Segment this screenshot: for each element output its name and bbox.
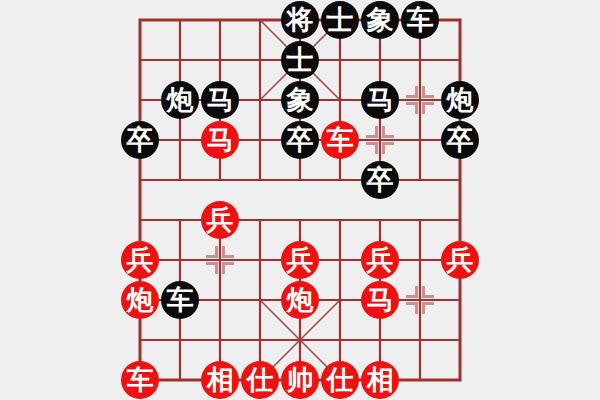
board-point[interactable] [240, 240, 280, 280]
piece-black-horse[interactable]: 马 [201, 81, 239, 119]
board-point[interactable] [120, 40, 160, 80]
board-point[interactable]: 相 [360, 360, 400, 400]
board-point[interactable] [200, 40, 240, 80]
point-marker [206, 246, 234, 274]
board-point[interactable] [240, 40, 280, 80]
piece-red-advisor[interactable]: 仕 [241, 361, 279, 399]
board-point[interactable] [120, 320, 160, 360]
board-point[interactable] [160, 320, 200, 360]
piece-black-soldier[interactable]: 卒 [441, 121, 479, 159]
board-point[interactable] [320, 80, 360, 120]
piece-black-elephant[interactable]: 象 [281, 81, 319, 119]
board-point[interactable] [400, 120, 440, 160]
board-point[interactable] [320, 240, 360, 280]
board-point[interactable] [360, 200, 400, 240]
piece-black-advisor[interactable]: 士 [321, 1, 359, 39]
board-point[interactable] [440, 0, 480, 40]
board-point[interactable] [360, 320, 400, 360]
board-point[interactable] [440, 280, 480, 320]
board-point[interactable] [400, 200, 440, 240]
board-point[interactable]: 车 [160, 280, 200, 320]
board-point[interactable] [240, 80, 280, 120]
piece-black-general[interactable]: 将 [281, 1, 319, 39]
board-point[interactable]: 炮 [160, 80, 200, 120]
board-point[interactable] [120, 0, 160, 40]
board-point[interactable] [320, 280, 360, 320]
board-point[interactable]: 相 [200, 360, 240, 400]
board-point[interactable]: 车 [400, 0, 440, 40]
board-point[interactable] [200, 240, 240, 280]
board-point[interactable]: 炮 [280, 280, 320, 320]
piece-red-cannon[interactable]: 炮 [281, 281, 319, 319]
board-point[interactable]: 仕 [320, 360, 360, 400]
board-point[interactable] [160, 240, 200, 280]
board-point[interactable] [320, 200, 360, 240]
piece-red-chariot[interactable]: 车 [321, 121, 359, 159]
board-point[interactable]: 士 [280, 40, 320, 80]
piece-red-elephant[interactable]: 相 [201, 361, 239, 399]
board-point[interactable] [160, 120, 200, 160]
point-marker [406, 86, 434, 114]
piece-red-chariot[interactable]: 车 [121, 361, 159, 399]
board-point[interactable] [240, 160, 280, 200]
point-marker [366, 126, 394, 154]
board-point[interactable] [400, 160, 440, 200]
board-point[interactable]: 兵 [360, 240, 400, 280]
board-point[interactable] [320, 320, 360, 360]
board-point[interactable]: 兵 [440, 240, 480, 280]
board-point[interactable] [320, 160, 360, 200]
piece-black-chariot[interactable]: 车 [161, 281, 199, 319]
piece-red-soldier[interactable]: 兵 [121, 241, 159, 279]
piece-black-soldier[interactable]: 卒 [121, 121, 159, 159]
board-point[interactable]: 兵 [200, 200, 240, 240]
board-point[interactable] [160, 160, 200, 200]
piece-black-elephant[interactable]: 象 [361, 1, 399, 39]
board-point[interactable]: 卒 [440, 120, 480, 160]
piece-red-cannon[interactable]: 炮 [121, 281, 159, 319]
board-point[interactable]: 象 [360, 0, 400, 40]
board-point[interactable] [160, 360, 200, 400]
board-point[interactable] [160, 40, 200, 80]
board-point[interactable] [440, 160, 480, 200]
board-point[interactable]: 车 [120, 360, 160, 400]
board-point[interactable] [440, 200, 480, 240]
board-point[interactable] [120, 160, 160, 200]
board-point[interactable]: 卒 [280, 120, 320, 160]
board-point[interactable] [200, 280, 240, 320]
board-point[interactable]: 仕 [240, 360, 280, 400]
board-point[interactable] [400, 40, 440, 80]
piece-red-soldier[interactable]: 兵 [361, 241, 399, 279]
board-point[interactable] [400, 240, 440, 280]
board-point[interactable]: 卒 [120, 120, 160, 160]
board-point[interactable]: 马 [200, 80, 240, 120]
board-point[interactable]: 帅 [280, 360, 320, 400]
board-point[interactable] [440, 320, 480, 360]
board-point[interactable] [280, 160, 320, 200]
board-point[interactable]: 士 [320, 0, 360, 40]
board-point[interactable]: 兵 [280, 240, 320, 280]
board-point[interactable]: 炮 [440, 80, 480, 120]
point-marker [406, 286, 434, 314]
board-point[interactable] [200, 160, 240, 200]
board-point[interactable] [400, 80, 440, 120]
piece-black-chariot[interactable]: 车 [401, 1, 439, 39]
piece-red-elephant[interactable]: 相 [361, 361, 399, 399]
board-point[interactable] [240, 0, 280, 40]
board-point[interactable] [440, 360, 480, 400]
board-point[interactable] [120, 200, 160, 240]
xiangqi-board: 将士象车士炮马象马炮卒马卒车卒卒兵兵兵兵兵炮车炮马车相仕帅仕相 [120, 0, 480, 400]
board-point[interactable]: 炮 [120, 280, 160, 320]
piece-black-horse[interactable]: 马 [361, 81, 399, 119]
board-point[interactable] [200, 320, 240, 360]
board-point[interactable] [240, 200, 280, 240]
board-point[interactable] [160, 200, 200, 240]
piece-red-soldier[interactable]: 兵 [201, 201, 239, 239]
board-point[interactable] [280, 320, 320, 360]
board-point[interactable] [400, 320, 440, 360]
piece-black-advisor[interactable]: 士 [281, 41, 319, 79]
piece-black-soldier[interactable]: 卒 [361, 161, 399, 199]
board-point[interactable] [400, 280, 440, 320]
board-point[interactable]: 马 [360, 80, 400, 120]
piece-red-advisor[interactable]: 仕 [321, 361, 359, 399]
xiangqi-board-screenshot: 将士象车士炮马象马炮卒马卒车卒卒兵兵兵兵兵炮车炮马车相仕帅仕相 [0, 0, 600, 400]
piece-red-general[interactable]: 帅 [281, 361, 319, 399]
board-point[interactable] [120, 80, 160, 120]
piece-black-cannon[interactable]: 炮 [161, 81, 199, 119]
board-point[interactable] [200, 0, 240, 40]
board-point[interactable] [240, 320, 280, 360]
board-point[interactable]: 马 [200, 120, 240, 160]
board-point[interactable]: 象 [280, 80, 320, 120]
board-point[interactable] [440, 40, 480, 80]
piece-black-cannon[interactable]: 炮 [441, 81, 479, 119]
piece-red-soldier[interactable]: 兵 [281, 241, 319, 279]
board-point[interactable]: 将 [280, 0, 320, 40]
board-point[interactable] [160, 0, 200, 40]
board-point[interactable]: 卒 [360, 160, 400, 200]
board-point[interactable] [320, 40, 360, 80]
piece-red-soldier[interactable]: 兵 [441, 241, 479, 279]
board-point[interactable] [400, 360, 440, 400]
piece-red-horse[interactable]: 马 [201, 121, 239, 159]
board-point[interactable]: 兵 [120, 240, 160, 280]
board-point[interactable] [360, 120, 400, 160]
board-point[interactable]: 车 [320, 120, 360, 160]
board-point[interactable] [240, 120, 280, 160]
board-point[interactable] [360, 40, 400, 80]
board-point[interactable] [280, 200, 320, 240]
piece-black-soldier[interactable]: 卒 [281, 121, 319, 159]
board-point[interactable]: 马 [360, 280, 400, 320]
piece-red-horse[interactable]: 马 [361, 281, 399, 319]
board-point[interactable] [240, 280, 280, 320]
